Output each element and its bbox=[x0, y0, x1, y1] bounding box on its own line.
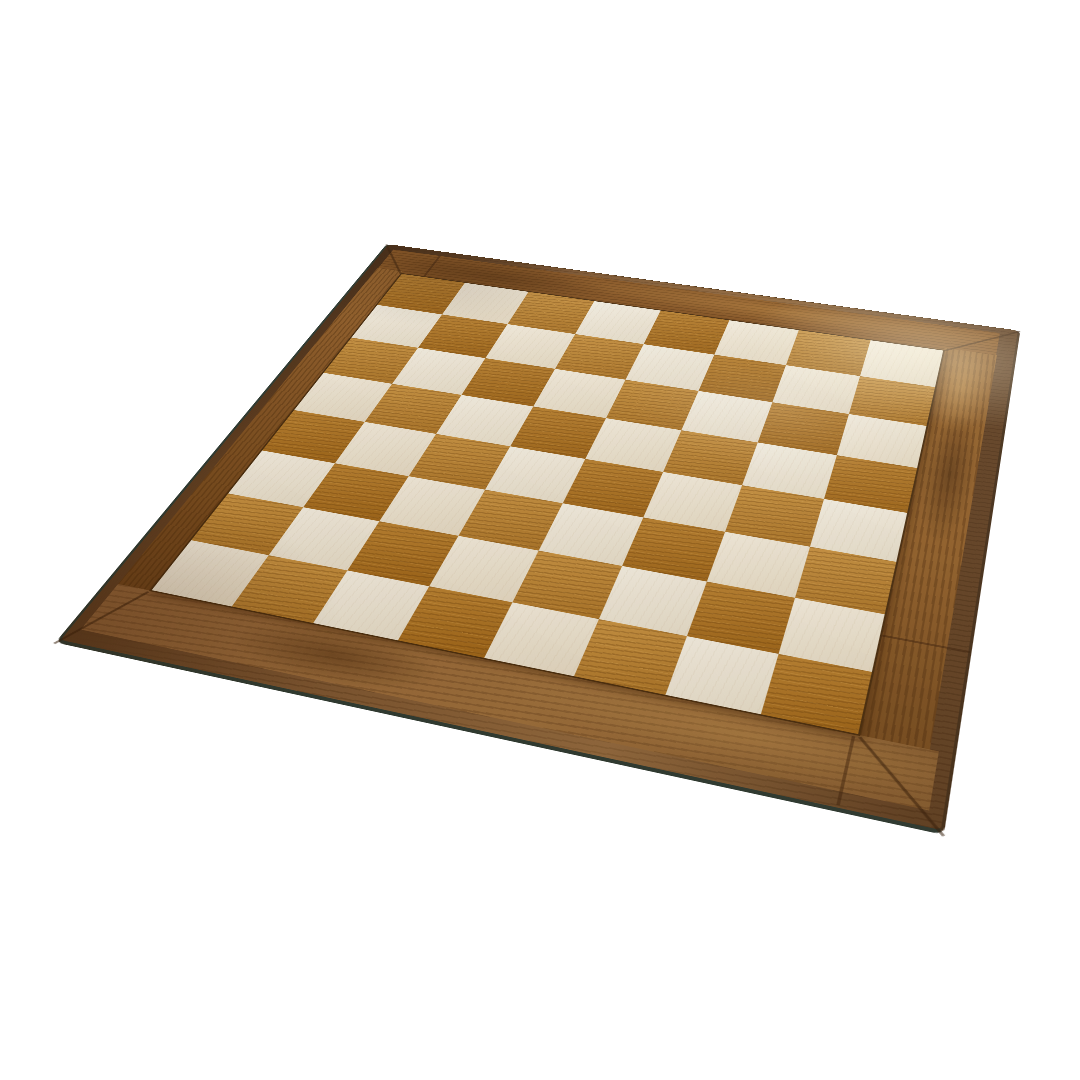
chessboard[interactable] bbox=[55, 244, 1020, 835]
scene bbox=[0, 0, 1080, 1080]
